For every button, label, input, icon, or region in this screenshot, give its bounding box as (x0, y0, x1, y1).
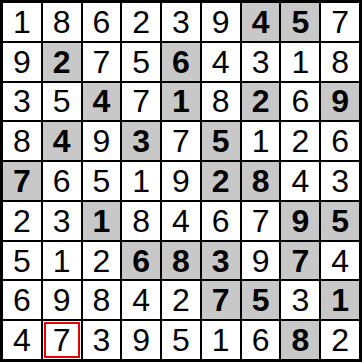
cell-r5c2[interactable]: 6 (43, 162, 81, 200)
cell-r2c2[interactable]: 2 (43, 43, 81, 81)
cell-r5c8[interactable]: 4 (281, 162, 319, 200)
cell-r2c5[interactable]: 6 (162, 43, 200, 81)
cell-r1c2[interactable]: 8 (43, 3, 81, 41)
cell-r5c5[interactable]: 9 (162, 162, 200, 200)
cell-r5c4[interactable]: 1 (122, 162, 160, 200)
cell-r1c3[interactable]: 6 (83, 3, 121, 41)
cell-r1c9[interactable]: 7 (321, 3, 359, 41)
cell-r1c8[interactable]: 5 (281, 3, 319, 41)
cell-r6c5[interactable]: 4 (162, 202, 200, 240)
cell-r4c4[interactable]: 3 (122, 122, 160, 160)
cell-r2c7[interactable]: 3 (242, 43, 280, 81)
cell-r9c3[interactable]: 3 (83, 321, 121, 359)
cell-r9c9[interactable]: 2 (321, 321, 359, 359)
cell-r7c9[interactable]: 4 (321, 242, 359, 280)
cell-r7c3[interactable]: 2 (83, 242, 121, 280)
cell-r5c6[interactable]: 2 (202, 162, 240, 200)
cell-r7c7[interactable]: 9 (242, 242, 280, 280)
cell-r3c4[interactable]: 7 (122, 83, 160, 121)
cell-r9c8[interactable]: 8 (281, 321, 319, 359)
cell-r8c8[interactable]: 3 (281, 281, 319, 319)
cell-r2c3[interactable]: 7 (83, 43, 121, 81)
cell-r5c9[interactable]: 3 (321, 162, 359, 200)
cell-r5c1[interactable]: 7 (3, 162, 41, 200)
cell-r8c4[interactable]: 4 (122, 281, 160, 319)
cell-r6c2[interactable]: 3 (43, 202, 81, 240)
cell-r8c6[interactable]: 7 (202, 281, 240, 319)
cell-r2c9[interactable]: 8 (321, 43, 359, 81)
cell-r2c6[interactable]: 4 (202, 43, 240, 81)
cell-r3c2[interactable]: 5 (43, 83, 81, 121)
cell-r7c4[interactable]: 6 (122, 242, 160, 280)
cell-r6c8[interactable]: 9 (281, 202, 319, 240)
cell-r7c2[interactable]: 1 (43, 242, 81, 280)
cell-r8c3[interactable]: 8 (83, 281, 121, 319)
cell-r9c4[interactable]: 9 (122, 321, 160, 359)
cell-r1c5[interactable]: 3 (162, 3, 200, 41)
cell-r5c7[interactable]: 8 (242, 162, 280, 200)
cell-r4c6[interactable]: 5 (202, 122, 240, 160)
sudoku-board: 1862394579275643183547182698493751267651… (0, 0, 362, 362)
cell-r7c5[interactable]: 8 (162, 242, 200, 280)
cell-r4c2[interactable]: 4 (43, 122, 81, 160)
cell-r6c3[interactable]: 1 (83, 202, 121, 240)
cell-r9c5[interactable]: 5 (162, 321, 200, 359)
cell-r6c9[interactable]: 5 (321, 202, 359, 240)
cell-r8c5[interactable]: 2 (162, 281, 200, 319)
cell-r9c2[interactable]: 7 (43, 321, 81, 359)
cell-r4c5[interactable]: 7 (162, 122, 200, 160)
cell-r6c1[interactable]: 2 (3, 202, 41, 240)
cell-r2c1[interactable]: 9 (3, 43, 41, 81)
cell-r8c1[interactable]: 6 (3, 281, 41, 319)
cell-r8c9[interactable]: 1 (321, 281, 359, 319)
cell-r2c4[interactable]: 5 (122, 43, 160, 81)
cell-r3c3[interactable]: 4 (83, 83, 121, 121)
cell-r4c8[interactable]: 2 (281, 122, 319, 160)
cell-r6c7[interactable]: 7 (242, 202, 280, 240)
cell-r7c1[interactable]: 5 (3, 242, 41, 280)
cell-r8c7[interactable]: 5 (242, 281, 280, 319)
cell-r4c3[interactable]: 9 (83, 122, 121, 160)
cell-r1c4[interactable]: 2 (122, 3, 160, 41)
cell-r1c7[interactable]: 4 (242, 3, 280, 41)
cell-r3c6[interactable]: 8 (202, 83, 240, 121)
cell-r3c1[interactable]: 3 (3, 83, 41, 121)
cell-r3c5[interactable]: 1 (162, 83, 200, 121)
cell-r4c9[interactable]: 6 (321, 122, 359, 160)
cell-r3c7[interactable]: 2 (242, 83, 280, 121)
cell-r8c2[interactable]: 9 (43, 281, 81, 319)
cell-r7c6[interactable]: 3 (202, 242, 240, 280)
cell-r4c1[interactable]: 8 (3, 122, 41, 160)
cell-r1c1[interactable]: 1 (3, 3, 41, 41)
cell-r9c7[interactable]: 6 (242, 321, 280, 359)
cell-r3c9[interactable]: 9 (321, 83, 359, 121)
cell-r7c8[interactable]: 7 (281, 242, 319, 280)
cell-r1c6[interactable]: 9 (202, 3, 240, 41)
cell-r4c7[interactable]: 1 (242, 122, 280, 160)
cell-r3c8[interactable]: 6 (281, 83, 319, 121)
cell-r5c3[interactable]: 5 (83, 162, 121, 200)
cell-r2c8[interactable]: 1 (281, 43, 319, 81)
cell-r9c1[interactable]: 4 (3, 321, 41, 359)
cell-r6c4[interactable]: 8 (122, 202, 160, 240)
cell-r6c6[interactable]: 6 (202, 202, 240, 240)
cell-r9c6[interactable]: 1 (202, 321, 240, 359)
